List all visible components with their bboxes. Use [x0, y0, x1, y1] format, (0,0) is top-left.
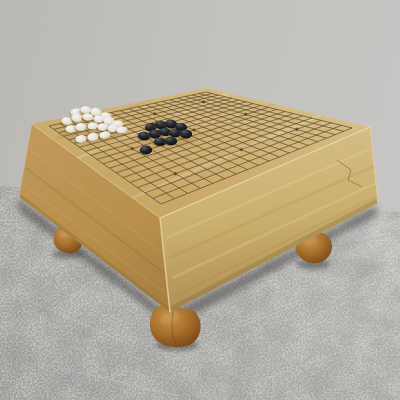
scene-svg	[0, 0, 400, 400]
vignette	[0, 0, 400, 400]
goban-photo-stage	[0, 0, 400, 400]
